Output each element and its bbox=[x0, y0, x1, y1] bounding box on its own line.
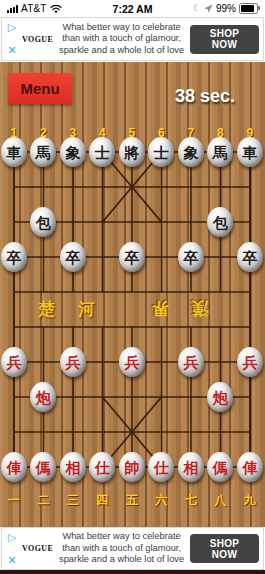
file-label-bottom-8: 八 bbox=[206, 492, 236, 508]
ad-text-line1: What better way to celebrate bbox=[57, 22, 186, 34]
carrier-label: AT&T bbox=[21, 3, 47, 14]
file-label-bottom-5: 五 bbox=[117, 492, 147, 508]
file-label-bottom-1: 一 bbox=[0, 492, 29, 508]
piece-black-cannon[interactable]: 包 bbox=[30, 207, 56, 237]
piece-black-elephant[interactable]: 象 bbox=[60, 137, 86, 167]
piece-red-soldier[interactable]: 兵 bbox=[60, 347, 86, 377]
piece-glyph: 車 bbox=[6, 145, 21, 160]
ad-text-line2: than with a touch of glamour, bbox=[57, 543, 186, 555]
piece-black-soldier[interactable]: 卒 bbox=[1, 242, 27, 272]
piece-glyph: 傌 bbox=[36, 460, 51, 475]
ad-banner-top[interactable]: ▷ ✕ VOGUE What better way to celebrate t… bbox=[1, 17, 264, 61]
ad-text-line1: What better way to celebrate bbox=[57, 531, 186, 543]
wifi-icon bbox=[50, 4, 62, 13]
piece-red-cannon[interactable]: 炮 bbox=[207, 382, 233, 412]
battery-percent-label: 99% bbox=[216, 3, 236, 14]
battery-icon bbox=[239, 3, 258, 14]
piece-glyph: 炮 bbox=[36, 390, 51, 405]
status-bar: AT&T 7:22 AM ☾ 99% bbox=[0, 0, 265, 17]
adchoices-icon[interactable]: ▷ bbox=[8, 22, 16, 33]
piece-grid: 車馬象士將士象馬車包包卒卒卒卒卒兵兵兵兵兵炮炮俥傌相仕帥仕相傌俥 bbox=[0, 134, 265, 484]
ad-close-icon[interactable]: ✕ bbox=[7, 45, 16, 56]
piece-red-chariot[interactable]: 俥 bbox=[1, 452, 27, 482]
piece-glyph: 馬 bbox=[213, 145, 228, 160]
piece-glyph: 仕 bbox=[95, 460, 110, 475]
adchoices-icon[interactable]: ▷ bbox=[8, 532, 16, 543]
file-label-bottom-9: 九 bbox=[235, 492, 265, 508]
piece-glyph: 象 bbox=[65, 145, 80, 160]
piece-red-elephant[interactable]: 相 bbox=[178, 452, 204, 482]
piece-black-soldier[interactable]: 卒 bbox=[237, 242, 263, 272]
piece-glyph: 包 bbox=[213, 215, 228, 230]
piece-glyph: 兵 bbox=[65, 355, 80, 370]
piece-red-cannon[interactable]: 炮 bbox=[30, 382, 56, 412]
piece-red-horse[interactable]: 傌 bbox=[30, 452, 56, 482]
ad-text: What better way to celebrate than with a… bbox=[57, 22, 186, 57]
piece-glyph: 俥 bbox=[242, 460, 257, 475]
piece-glyph: 帥 bbox=[124, 460, 139, 475]
piece-black-soldier[interactable]: 卒 bbox=[119, 242, 145, 272]
piece-glyph: 相 bbox=[65, 460, 80, 475]
piece-red-advisor[interactable]: 仕 bbox=[89, 452, 115, 482]
piece-glyph: 仕 bbox=[154, 460, 169, 475]
piece-glyph: 卒 bbox=[124, 250, 139, 265]
ad-text-line2: than with a touch of glamour, bbox=[57, 33, 186, 45]
piece-red-advisor[interactable]: 仕 bbox=[148, 452, 174, 482]
piece-glyph: 相 bbox=[183, 460, 198, 475]
signal-strength-icon bbox=[7, 5, 18, 13]
piece-black-cannon[interactable]: 包 bbox=[207, 207, 233, 237]
piece-red-soldier[interactable]: 兵 bbox=[178, 347, 204, 377]
shop-now-button[interactable]: SHOP NOW bbox=[190, 534, 259, 563]
piece-glyph: 兵 bbox=[242, 355, 257, 370]
piece-red-soldier[interactable]: 兵 bbox=[237, 347, 263, 377]
ad-text-line3: sparkle and a whole lot of love bbox=[57, 554, 186, 566]
bottom-file-labels: 一二三四五六七八九 bbox=[0, 492, 265, 508]
ad-text-line3: sparkle and a whole lot of love bbox=[57, 45, 186, 57]
moon-icon: ☾ bbox=[193, 4, 201, 13]
piece-glyph: 卒 bbox=[65, 250, 80, 265]
location-arrow-icon bbox=[204, 4, 213, 13]
piece-glyph: 包 bbox=[36, 215, 51, 230]
piece-black-chariot[interactable]: 車 bbox=[1, 137, 27, 167]
piece-glyph: 兵 bbox=[183, 355, 198, 370]
piece-black-advisor[interactable]: 士 bbox=[89, 137, 115, 167]
piece-glyph: 馬 bbox=[36, 145, 51, 160]
ad-banner-bottom[interactable]: ▷ ✕ VOGUE What better way to celebrate t… bbox=[1, 527, 264, 570]
piece-black-chariot[interactable]: 車 bbox=[237, 137, 263, 167]
piece-red-elephant[interactable]: 相 bbox=[60, 452, 86, 482]
menu-button[interactable]: Menu bbox=[8, 73, 72, 104]
file-label-bottom-2: 二 bbox=[29, 492, 59, 508]
piece-black-soldier[interactable]: 卒 bbox=[178, 242, 204, 272]
piece-black-general[interactable]: 將 bbox=[119, 137, 145, 167]
piece-glyph: 士 bbox=[95, 145, 110, 160]
piece-red-chariot[interactable]: 俥 bbox=[237, 452, 263, 482]
piece-glyph: 卒 bbox=[242, 250, 257, 265]
shop-now-button[interactable]: SHOP NOW bbox=[190, 25, 259, 54]
timer-label: 38 sec. bbox=[175, 86, 235, 107]
piece-glyph: 車 bbox=[242, 145, 257, 160]
piece-glyph: 兵 bbox=[6, 355, 21, 370]
piece-glyph: 俥 bbox=[6, 460, 21, 475]
bottom-edge-bar bbox=[0, 570, 265, 574]
app-screen: AT&T 7:22 AM ☾ 99% ▷ ✕ VOGUE What better… bbox=[0, 0, 265, 574]
piece-glyph: 卒 bbox=[183, 250, 198, 265]
file-label-bottom-3: 三 bbox=[58, 492, 88, 508]
piece-red-soldier[interactable]: 兵 bbox=[119, 347, 145, 377]
ad-brand-logo: VOGUE bbox=[22, 35, 53, 44]
piece-red-horse[interactable]: 傌 bbox=[207, 452, 233, 482]
file-label-bottom-7: 七 bbox=[176, 492, 206, 508]
ad-brand-logo: VOGUE bbox=[22, 544, 53, 553]
piece-black-soldier[interactable]: 卒 bbox=[60, 242, 86, 272]
piece-glyph: 將 bbox=[124, 145, 139, 160]
piece-red-soldier[interactable]: 兵 bbox=[1, 347, 27, 377]
piece-black-advisor[interactable]: 士 bbox=[148, 137, 174, 167]
piece-black-horse[interactable]: 馬 bbox=[207, 137, 233, 167]
file-label-bottom-6: 六 bbox=[147, 492, 177, 508]
piece-black-horse[interactable]: 馬 bbox=[30, 137, 56, 167]
piece-glyph: 炮 bbox=[213, 390, 228, 405]
game-area: Menu 38 sec. bbox=[0, 62, 265, 527]
piece-red-general[interactable]: 帥 bbox=[119, 452, 145, 482]
piece-glyph: 士 bbox=[154, 145, 169, 160]
file-label-bottom-4: 四 bbox=[88, 492, 118, 508]
ad-close-icon[interactable]: ✕ bbox=[7, 555, 16, 566]
ad-text: What better way to celebrate than with a… bbox=[57, 531, 186, 566]
piece-glyph: 傌 bbox=[213, 460, 228, 475]
piece-glyph: 象 bbox=[183, 145, 198, 160]
piece-glyph: 卒 bbox=[6, 250, 21, 265]
piece-glyph: 兵 bbox=[124, 355, 139, 370]
piece-black-elephant[interactable]: 象 bbox=[178, 137, 204, 167]
